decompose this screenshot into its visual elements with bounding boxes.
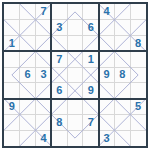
cell-r6c4[interactable]: 6 xyxy=(51,83,67,99)
cell-r9c5[interactable] xyxy=(67,130,83,146)
cell-r5c4[interactable] xyxy=(51,67,67,83)
cell-r6c3[interactable] xyxy=(36,83,52,99)
sudoku-board: 74361871639869958743 xyxy=(2,2,148,148)
cell-r5c9[interactable] xyxy=(130,67,146,83)
cell-r4c4[interactable]: 7 xyxy=(51,51,67,67)
cell-r4c1[interactable] xyxy=(4,51,20,67)
cell-r3c7[interactable] xyxy=(99,36,115,52)
cell-r8c5[interactable] xyxy=(67,114,83,130)
cell-r6c8[interactable] xyxy=(114,83,130,99)
cell-r8c6[interactable]: 7 xyxy=(83,114,99,130)
cell-r8c1[interactable] xyxy=(4,114,20,130)
cell-r7c8[interactable] xyxy=(114,99,130,115)
cell-r3c5[interactable] xyxy=(67,36,83,52)
cell-r1c3[interactable]: 7 xyxy=(36,4,52,20)
cell-r6c6[interactable]: 9 xyxy=(83,83,99,99)
cell-r6c5[interactable] xyxy=(67,83,83,99)
cell-r6c9[interactable] xyxy=(130,83,146,99)
cell-r5c1[interactable] xyxy=(4,67,20,83)
cell-r7c7[interactable] xyxy=(99,99,115,115)
cell-r2c1[interactable] xyxy=(4,20,20,36)
cell-r7c5[interactable] xyxy=(67,99,83,115)
cell-r1c1[interactable] xyxy=(4,4,20,20)
cell-r7c4[interactable] xyxy=(51,99,67,115)
cell-r7c2[interactable] xyxy=(20,99,36,115)
cell-r2c6[interactable]: 6 xyxy=(83,20,99,36)
cell-r3c6[interactable] xyxy=(83,36,99,52)
cell-r6c7[interactable] xyxy=(99,83,115,99)
cell-r2c5[interactable] xyxy=(67,20,83,36)
cell-r9c1[interactable] xyxy=(4,130,20,146)
cell-r9c7[interactable]: 3 xyxy=(99,130,115,146)
cell-r4c8[interactable] xyxy=(114,51,130,67)
cell-r1c8[interactable] xyxy=(114,4,130,20)
cell-r9c9[interactable] xyxy=(130,130,146,146)
cell-r7c6[interactable] xyxy=(83,99,99,115)
cell-r8c9[interactable] xyxy=(130,114,146,130)
cell-r1c4[interactable] xyxy=(51,4,67,20)
cell-r8c4[interactable]: 8 xyxy=(51,114,67,130)
cell-r1c5[interactable] xyxy=(67,4,83,20)
cell-r5c8[interactable]: 8 xyxy=(114,67,130,83)
cell-r3c1[interactable]: 1 xyxy=(4,36,20,52)
cell-r4c6[interactable]: 1 xyxy=(83,51,99,67)
cell-r5c2[interactable]: 6 xyxy=(20,67,36,83)
cell-r2c2[interactable] xyxy=(20,20,36,36)
cell-r1c9[interactable] xyxy=(130,4,146,20)
cell-r1c6[interactable] xyxy=(83,4,99,20)
cell-r3c9[interactable]: 8 xyxy=(130,36,146,52)
cell-r6c2[interactable] xyxy=(20,83,36,99)
cell-r5c5[interactable] xyxy=(67,67,83,83)
cell-r7c1[interactable]: 9 xyxy=(4,99,20,115)
cell-r5c6[interactable] xyxy=(83,67,99,83)
cell-r9c3[interactable]: 4 xyxy=(36,130,52,146)
cell-r5c3[interactable]: 3 xyxy=(36,67,52,83)
sudoku-grid: 74361871639869958743 xyxy=(4,4,146,146)
cell-r9c6[interactable] xyxy=(83,130,99,146)
cell-r7c9[interactable]: 5 xyxy=(130,99,146,115)
cell-r2c9[interactable] xyxy=(130,20,146,36)
cell-r8c2[interactable] xyxy=(20,114,36,130)
cell-r2c3[interactable] xyxy=(36,20,52,36)
cell-r1c7[interactable]: 4 xyxy=(99,4,115,20)
cell-r4c3[interactable] xyxy=(36,51,52,67)
cell-r3c8[interactable] xyxy=(114,36,130,52)
cell-r2c4[interactable]: 3 xyxy=(51,20,67,36)
cell-r1c2[interactable] xyxy=(20,4,36,20)
argyle-sudoku-app: 74361871639869958743 xyxy=(0,0,150,150)
cell-r8c3[interactable] xyxy=(36,114,52,130)
cell-r8c7[interactable] xyxy=(99,114,115,130)
cell-r3c3[interactable] xyxy=(36,36,52,52)
cell-r9c4[interactable] xyxy=(51,130,67,146)
cell-r2c8[interactable] xyxy=(114,20,130,36)
cell-r4c7[interactable] xyxy=(99,51,115,67)
cell-r6c1[interactable] xyxy=(4,83,20,99)
cell-r2c7[interactable] xyxy=(99,20,115,36)
cell-r8c8[interactable] xyxy=(114,114,130,130)
cell-r3c2[interactable] xyxy=(20,36,36,52)
cell-r9c2[interactable] xyxy=(20,130,36,146)
cell-r7c3[interactable] xyxy=(36,99,52,115)
cell-r4c5[interactable] xyxy=(67,51,83,67)
cell-r4c2[interactable] xyxy=(20,51,36,67)
cell-r5c7[interactable]: 9 xyxy=(99,67,115,83)
cell-r4c9[interactable] xyxy=(130,51,146,67)
cell-r3c4[interactable] xyxy=(51,36,67,52)
cell-r9c8[interactable] xyxy=(114,130,130,146)
